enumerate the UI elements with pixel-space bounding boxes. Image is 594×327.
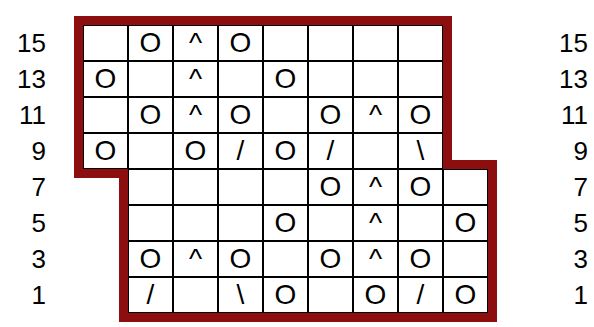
symbol-cell: / [308, 133, 353, 169]
symbol-cell: / [398, 277, 443, 313]
symbol-cell: ^ [353, 97, 398, 133]
symbol-cell: O [218, 97, 263, 133]
empty-cell [128, 133, 173, 169]
symbol-cell: ^ [173, 61, 218, 97]
empty-cell [263, 25, 308, 61]
no-stitch-cell [443, 97, 488, 133]
symbol-cell: O [83, 61, 128, 97]
empty-cell [308, 205, 353, 241]
row-labels-right: 15131197531 [500, 25, 588, 313]
symbol-cell: ^ [173, 97, 218, 133]
empty-cell [398, 61, 443, 97]
empty-cell [398, 25, 443, 61]
row-label: 1 [0, 277, 46, 313]
empty-cell [263, 169, 308, 205]
symbol-cell: O [398, 97, 443, 133]
row-label: 11 [0, 97, 46, 133]
empty-cell [128, 205, 173, 241]
row-label: 7 [500, 169, 588, 205]
symbol-cell: O [173, 133, 218, 169]
empty-cell [308, 25, 353, 61]
symbol-cell: O [128, 241, 173, 277]
symbol-cell: O [263, 277, 308, 313]
symbol-cell: O [308, 97, 353, 133]
empty-cell [128, 169, 173, 205]
row-label: 3 [500, 241, 588, 277]
empty-cell [443, 241, 488, 277]
row-label: 9 [500, 133, 588, 169]
row-label: 15 [500, 25, 588, 61]
row-label: 11 [500, 97, 588, 133]
empty-cell [173, 169, 218, 205]
empty-cell [218, 61, 263, 97]
empty-cell [353, 25, 398, 61]
chart-grid: O^OO^OO^OO^OOO/O/\O^OO^OO^OO^O/\OO/O [83, 25, 488, 313]
empty-cell [128, 61, 173, 97]
symbol-cell: ^ [173, 25, 218, 61]
symbol-cell: O [128, 25, 173, 61]
empty-cell [263, 97, 308, 133]
no-stitch-cell [83, 169, 128, 205]
row-label: 5 [500, 205, 588, 241]
no-stitch-cell [83, 205, 128, 241]
symbol-cell: O [263, 205, 308, 241]
knitting-chart-screen: 15131197531 O^OO^OO^OO^OOO/O/\O^OO^OO^OO… [0, 0, 594, 327]
empty-cell [173, 277, 218, 313]
no-stitch-cell [83, 241, 128, 277]
no-stitch-cell [83, 277, 128, 313]
symbol-cell: O [308, 241, 353, 277]
symbol-cell: O [443, 277, 488, 313]
symbol-cell: O [308, 169, 353, 205]
symbol-cell: \ [398, 133, 443, 169]
row-label: 15 [0, 25, 46, 61]
empty-cell [308, 61, 353, 97]
row-label: 1 [500, 277, 588, 313]
symbol-cell: ^ [173, 241, 218, 277]
no-stitch-cell [443, 61, 488, 97]
symbol-cell: O [263, 61, 308, 97]
row-label: 7 [0, 169, 46, 205]
symbol-cell: O [443, 205, 488, 241]
symbol-cell: ^ [353, 205, 398, 241]
symbol-cell: O [218, 241, 263, 277]
empty-cell [308, 277, 353, 313]
symbol-cell: O [128, 97, 173, 133]
empty-cell [173, 205, 218, 241]
empty-cell [398, 205, 443, 241]
empty-cell [353, 133, 398, 169]
symbol-cell: / [218, 133, 263, 169]
symbol-cell: ^ [353, 241, 398, 277]
empty-cell [218, 169, 263, 205]
symbol-cell: ^ [353, 169, 398, 205]
no-stitch-cell [443, 25, 488, 61]
row-labels-left: 15131197531 [0, 25, 46, 313]
empty-cell [353, 61, 398, 97]
empty-cell [218, 205, 263, 241]
row-label: 13 [500, 61, 588, 97]
row-label: 5 [0, 205, 46, 241]
empty-cell [83, 97, 128, 133]
symbol-cell: O [83, 133, 128, 169]
row-label: 3 [0, 241, 46, 277]
symbol-cell: O [218, 25, 263, 61]
row-label: 13 [0, 61, 46, 97]
symbol-cell: / [128, 277, 173, 313]
no-stitch-cell [443, 133, 488, 169]
empty-cell [263, 241, 308, 277]
empty-cell [443, 169, 488, 205]
symbol-cell: O [398, 241, 443, 277]
symbol-cell: O [263, 133, 308, 169]
symbol-cell: O [398, 169, 443, 205]
row-label: 9 [0, 133, 46, 169]
symbol-cell: \ [218, 277, 263, 313]
symbol-cell: O [353, 277, 398, 313]
empty-cell [83, 25, 128, 61]
